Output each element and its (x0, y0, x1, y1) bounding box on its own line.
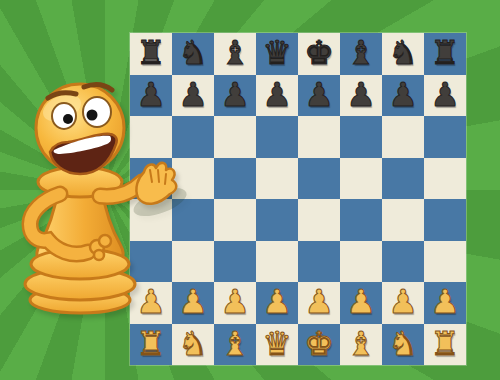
square-h3[interactable] (424, 241, 466, 283)
square-f3[interactable] (340, 241, 382, 283)
square-g3[interactable] (382, 241, 424, 283)
square-c1[interactable]: ♝ (214, 324, 256, 366)
square-g8[interactable]: ♞ (382, 33, 424, 75)
square-e5[interactable] (298, 158, 340, 200)
square-e8[interactable]: ♚ (298, 33, 340, 75)
white-bishop[interactable]: ♝ (220, 327, 250, 360)
square-c3[interactable] (214, 241, 256, 283)
white-pawn[interactable]: ♟ (388, 285, 418, 318)
white-knight[interactable]: ♞ (178, 327, 208, 360)
square-c8[interactable]: ♝ (214, 33, 256, 75)
white-knight[interactable]: ♞ (388, 327, 418, 360)
square-d3[interactable] (256, 241, 298, 283)
square-g7[interactable]: ♟ (382, 75, 424, 117)
square-e7[interactable]: ♟ (298, 75, 340, 117)
pawn-mascot (4, 78, 196, 318)
black-pawn[interactable]: ♟ (220, 78, 250, 111)
white-pawn[interactable]: ♟ (304, 285, 334, 318)
square-g2[interactable]: ♟ (382, 282, 424, 324)
square-g6[interactable] (382, 116, 424, 158)
square-g4[interactable] (382, 199, 424, 241)
square-f6[interactable] (340, 116, 382, 158)
square-d6[interactable] (256, 116, 298, 158)
square-h1[interactable]: ♜ (424, 324, 466, 366)
white-pawn[interactable]: ♟ (346, 285, 376, 318)
white-queen[interactable]: ♛ (262, 327, 292, 360)
square-d4[interactable] (256, 199, 298, 241)
black-pawn[interactable]: ♟ (304, 78, 334, 111)
white-king[interactable]: ♚ (304, 327, 334, 360)
black-rook[interactable]: ♜ (136, 36, 166, 69)
square-c4[interactable] (214, 199, 256, 241)
square-h2[interactable]: ♟ (424, 282, 466, 324)
square-h6[interactable] (424, 116, 466, 158)
square-e6[interactable] (298, 116, 340, 158)
chess-scene: ♜♞♝♛♚♝♞♜♟♟♟♟♟♟♟♟♟♟♟♟♟♟♟♟♜♞♝♛♚♝♞♜ (0, 0, 500, 380)
square-f7[interactable]: ♟ (340, 75, 382, 117)
square-e3[interactable] (298, 241, 340, 283)
square-g1[interactable]: ♞ (382, 324, 424, 366)
black-bishop[interactable]: ♝ (220, 36, 250, 69)
square-c5[interactable] (214, 158, 256, 200)
square-f8[interactable]: ♝ (340, 33, 382, 75)
black-king[interactable]: ♚ (304, 36, 334, 69)
square-b1[interactable]: ♞ (172, 324, 214, 366)
square-d2[interactable]: ♟ (256, 282, 298, 324)
square-c2[interactable]: ♟ (214, 282, 256, 324)
square-c6[interactable] (214, 116, 256, 158)
white-rook[interactable]: ♜ (430, 327, 460, 360)
white-bishop[interactable]: ♝ (346, 327, 376, 360)
black-rook[interactable]: ♜ (430, 36, 460, 69)
square-g5[interactable] (382, 158, 424, 200)
square-a8[interactable]: ♜ (130, 33, 172, 75)
black-bishop[interactable]: ♝ (346, 36, 376, 69)
square-f2[interactable]: ♟ (340, 282, 382, 324)
square-c7[interactable]: ♟ (214, 75, 256, 117)
square-f5[interactable] (340, 158, 382, 200)
white-pawn[interactable]: ♟ (262, 285, 292, 318)
square-h5[interactable] (424, 158, 466, 200)
square-d7[interactable]: ♟ (256, 75, 298, 117)
black-knight[interactable]: ♞ (178, 36, 208, 69)
black-pawn[interactable]: ♟ (430, 78, 460, 111)
square-e4[interactable] (298, 199, 340, 241)
black-knight[interactable]: ♞ (388, 36, 418, 69)
square-d5[interactable] (256, 158, 298, 200)
white-pawn[interactable]: ♟ (430, 285, 460, 318)
square-f1[interactable]: ♝ (340, 324, 382, 366)
white-pawn[interactable]: ♟ (220, 285, 250, 318)
square-d8[interactable]: ♛ (256, 33, 298, 75)
square-b8[interactable]: ♞ (172, 33, 214, 75)
square-e2[interactable]: ♟ (298, 282, 340, 324)
black-queen[interactable]: ♛ (262, 36, 292, 69)
black-pawn[interactable]: ♟ (346, 78, 376, 111)
square-f4[interactable] (340, 199, 382, 241)
black-pawn[interactable]: ♟ (262, 78, 292, 111)
square-h7[interactable]: ♟ (424, 75, 466, 117)
black-pawn[interactable]: ♟ (388, 78, 418, 111)
square-d1[interactable]: ♛ (256, 324, 298, 366)
square-a1[interactable]: ♜ (130, 324, 172, 366)
square-h8[interactable]: ♜ (424, 33, 466, 75)
white-rook[interactable]: ♜ (136, 327, 166, 360)
square-h4[interactable] (424, 199, 466, 241)
square-e1[interactable]: ♚ (298, 324, 340, 366)
